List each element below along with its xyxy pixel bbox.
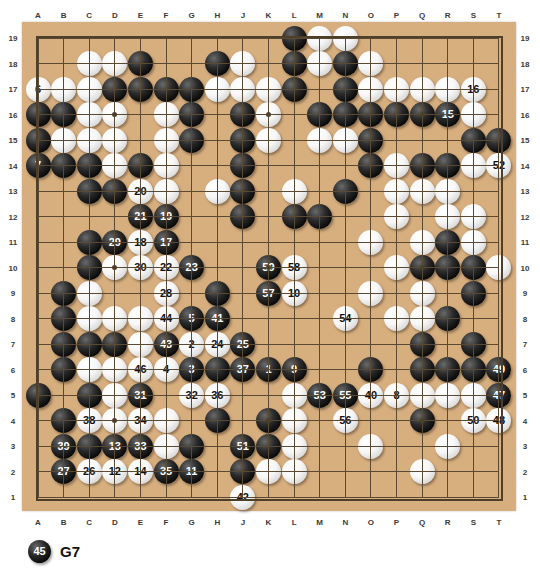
caption-stone: 45: [28, 540, 51, 563]
row-label-left: 7: [11, 340, 15, 349]
column-label-bottom: G: [189, 518, 195, 527]
column-label-top: M: [316, 11, 323, 20]
hoshi-point: [420, 265, 425, 270]
row-label-left: 8: [11, 314, 15, 323]
row-label-right: 7: [523, 340, 527, 349]
column-label-bottom: C: [86, 518, 92, 527]
column-label-bottom: O: [368, 518, 374, 527]
kifu-diagram: 6161575220211929181730222359582857104454…: [0, 0, 540, 578]
row-label-left: 17: [9, 85, 18, 94]
column-label-bottom: F: [164, 518, 169, 527]
row-label-left: 6: [11, 365, 15, 374]
column-label-bottom: Q: [419, 518, 425, 527]
column-label-top: O: [368, 11, 374, 20]
column-label-bottom: D: [112, 518, 118, 527]
column-label-bottom: B: [61, 518, 67, 527]
column-label-bottom: T: [497, 518, 502, 527]
column-label-top: T: [497, 11, 502, 20]
column-label-top: G: [189, 11, 195, 20]
column-label-top: J: [241, 11, 245, 20]
row-label-left: 4: [11, 416, 15, 425]
row-label-left: 14: [9, 161, 18, 170]
column-label-top: H: [214, 11, 220, 20]
row-label-right: 19: [521, 34, 530, 43]
column-label-bottom: K: [266, 518, 272, 527]
row-label-left: 1: [11, 493, 15, 502]
column-label-top: Q: [419, 11, 425, 20]
row-label-left: 5: [11, 391, 15, 400]
row-label-left: 19: [9, 34, 18, 43]
row-label-right: 11: [521, 238, 529, 247]
hoshi-point: [266, 112, 271, 117]
row-label-right: 2: [523, 467, 527, 476]
row-label-right: 6: [523, 365, 527, 374]
hoshi-point: [420, 112, 425, 117]
column-label-top: N: [342, 11, 348, 20]
column-label-bottom: M: [316, 518, 323, 527]
column-label-top: K: [266, 11, 272, 20]
caption-location: G7: [60, 543, 80, 560]
column-label-top: L: [292, 11, 297, 20]
row-label-right: 3: [523, 442, 527, 451]
row-label-left: 11: [9, 238, 17, 247]
row-label-left: 15: [9, 136, 18, 145]
column-label-bottom: P: [394, 518, 399, 527]
column-label-top: R: [445, 11, 451, 20]
column-label-top: A: [35, 11, 41, 20]
move-caption: 45 G7: [28, 540, 80, 563]
caption-move-number: 45: [33, 546, 45, 557]
column-label-top: B: [61, 11, 67, 20]
row-label-left: 18: [9, 59, 18, 68]
row-label-right: 10: [521, 263, 530, 272]
column-label-top: P: [394, 11, 399, 20]
row-label-left: 10: [9, 263, 18, 272]
row-label-right: 4: [523, 416, 527, 425]
row-label-right: 9: [523, 289, 527, 298]
column-label-bottom: A: [35, 518, 41, 527]
row-label-right: 16: [521, 110, 530, 119]
hoshi-point: [420, 418, 425, 423]
column-label-bottom: S: [471, 518, 476, 527]
row-label-right: 15: [521, 136, 530, 145]
row-label-right: 17: [521, 85, 530, 94]
row-label-left: 12: [9, 212, 18, 221]
row-label-left: 2: [11, 467, 15, 476]
row-label-left: 3: [11, 442, 15, 451]
column-label-bottom: E: [138, 518, 143, 527]
row-label-left: 9: [11, 289, 15, 298]
row-label-right: 5: [523, 391, 527, 400]
row-label-right: 14: [521, 161, 530, 170]
row-label-left: 16: [9, 110, 18, 119]
column-label-bottom: R: [445, 518, 451, 527]
column-label-bottom: N: [342, 518, 348, 527]
column-label-top: E: [138, 11, 143, 20]
row-label-right: 18: [521, 59, 530, 68]
column-label-bottom: H: [214, 518, 220, 527]
column-label-top: F: [164, 11, 169, 20]
column-label-top: S: [471, 11, 476, 20]
hoshi-point: [266, 418, 271, 423]
row-label-right: 8: [523, 314, 527, 323]
row-label-left: 13: [9, 187, 18, 196]
column-label-top: C: [86, 11, 92, 20]
column-label-bottom: L: [292, 518, 297, 527]
row-label-right: 12: [521, 212, 530, 221]
column-label-top: D: [112, 11, 118, 20]
row-label-right: 1: [523, 493, 527, 502]
row-label-right: 13: [521, 187, 530, 196]
hoshi-point: [266, 265, 271, 270]
column-label-bottom: J: [241, 518, 245, 527]
